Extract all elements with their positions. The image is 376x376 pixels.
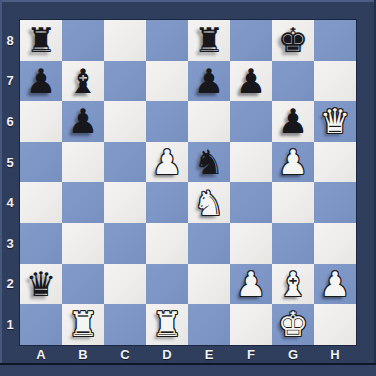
rank-label-5: 5	[0, 142, 20, 183]
square-a5[interactable]	[20, 142, 62, 183]
square-b3[interactable]	[62, 223, 104, 264]
file-label-f: F	[230, 345, 272, 363]
piece-black-pawn-e7[interactable]: ♟	[188, 61, 230, 102]
piece-white-rook-d1[interactable]: ♜	[146, 304, 188, 345]
square-f6[interactable]	[230, 101, 272, 142]
piece-black-knight-e5[interactable]: ♞	[188, 142, 230, 183]
square-b2[interactable]	[62, 264, 104, 305]
file-label-b: B	[62, 345, 104, 363]
square-h3[interactable]	[314, 223, 356, 264]
piece-white-bishop-g2[interactable]: ♝	[272, 264, 314, 305]
piece-white-pawn-d5[interactable]: ♟	[146, 142, 188, 183]
square-e5[interactable]: ♞	[188, 142, 230, 183]
piece-black-bishop-b7[interactable]: ♝	[62, 61, 104, 102]
square-a6[interactable]	[20, 101, 62, 142]
frame-bevel-bottom-band	[0, 365, 376, 376]
square-b8[interactable]	[62, 20, 104, 61]
square-g4[interactable]	[272, 182, 314, 223]
rank-label-1: 1	[0, 304, 20, 345]
piece-black-pawn-a7[interactable]: ♟	[20, 61, 62, 102]
chess-board: ♜♜♚♟♝♟♟♟♟♛♟♞♟♞♛♟♝♟♜♜♚	[20, 20, 356, 345]
rank-label-7: 7	[0, 61, 20, 102]
square-h6[interactable]: ♛	[314, 101, 356, 142]
square-h8[interactable]	[314, 20, 356, 61]
square-d7[interactable]	[146, 61, 188, 102]
square-a2[interactable]: ♛	[20, 264, 62, 305]
chess-board-frame: ♜♜♚♟♝♟♟♟♟♛♟♞♟♞♛♟♝♟♜♜♚ 87654321 ABCDEFGH	[0, 0, 376, 376]
square-c6[interactable]	[104, 101, 146, 142]
piece-white-pawn-f2[interactable]: ♟	[230, 264, 272, 305]
square-a8[interactable]: ♜	[20, 20, 62, 61]
square-e2[interactable]	[188, 264, 230, 305]
square-e3[interactable]	[188, 223, 230, 264]
square-c8[interactable]	[104, 20, 146, 61]
piece-black-pawn-f7[interactable]: ♟	[230, 61, 272, 102]
square-e7[interactable]: ♟	[188, 61, 230, 102]
square-f5[interactable]	[230, 142, 272, 183]
piece-white-rook-b1[interactable]: ♜	[62, 304, 104, 345]
square-f4[interactable]	[230, 182, 272, 223]
square-c5[interactable]	[104, 142, 146, 183]
file-label-a: A	[20, 345, 62, 363]
square-f1[interactable]	[230, 304, 272, 345]
piece-white-pawn-g5[interactable]: ♟	[272, 142, 314, 183]
square-d3[interactable]	[146, 223, 188, 264]
piece-black-rook-a8[interactable]: ♜	[20, 20, 62, 61]
file-label-h: H	[314, 345, 356, 363]
square-g8[interactable]: ♚	[272, 20, 314, 61]
square-b6[interactable]: ♟	[62, 101, 104, 142]
square-d8[interactable]	[146, 20, 188, 61]
square-a4[interactable]	[20, 182, 62, 223]
square-b7[interactable]: ♝	[62, 61, 104, 102]
square-g3[interactable]	[272, 223, 314, 264]
square-g6[interactable]: ♟	[272, 101, 314, 142]
rank-label-4: 4	[0, 182, 20, 223]
square-c1[interactable]	[104, 304, 146, 345]
piece-black-pawn-g6[interactable]: ♟	[272, 101, 314, 142]
square-e4[interactable]: ♞	[188, 182, 230, 223]
square-f3[interactable]	[230, 223, 272, 264]
file-label-e: E	[188, 345, 230, 363]
rank-label-3: 3	[0, 223, 20, 264]
square-h5[interactable]	[314, 142, 356, 183]
square-g2[interactable]: ♝	[272, 264, 314, 305]
square-a7[interactable]: ♟	[20, 61, 62, 102]
square-a1[interactable]	[20, 304, 62, 345]
square-d2[interactable]	[146, 264, 188, 305]
rank-label-8: 8	[0, 20, 20, 61]
square-h1[interactable]	[314, 304, 356, 345]
square-f7[interactable]: ♟	[230, 61, 272, 102]
square-b1[interactable]: ♜	[62, 304, 104, 345]
square-d5[interactable]: ♟	[146, 142, 188, 183]
file-label-g: G	[272, 345, 314, 363]
square-c2[interactable]	[104, 264, 146, 305]
square-d1[interactable]: ♜	[146, 304, 188, 345]
piece-black-queen-a2[interactable]: ♛	[20, 264, 62, 305]
square-b5[interactable]	[62, 142, 104, 183]
square-f2[interactable]: ♟	[230, 264, 272, 305]
square-h7[interactable]	[314, 61, 356, 102]
square-e1[interactable]	[188, 304, 230, 345]
piece-white-king-g1[interactable]: ♚	[272, 304, 314, 345]
piece-white-knight-e4[interactable]: ♞	[188, 182, 230, 223]
square-g5[interactable]: ♟	[272, 142, 314, 183]
square-c4[interactable]	[104, 182, 146, 223]
file-label-c: C	[104, 345, 146, 363]
square-e6[interactable]	[188, 101, 230, 142]
file-label-d: D	[146, 345, 188, 363]
frame-bevel-top	[0, 0, 376, 2]
square-e8[interactable]: ♜	[188, 20, 230, 61]
piece-black-king-g8[interactable]: ♚	[272, 20, 314, 61]
rank-label-6: 6	[0, 101, 20, 142]
square-g7[interactable]	[272, 61, 314, 102]
rank-label-2: 2	[0, 264, 20, 305]
piece-black-rook-e8[interactable]: ♜	[188, 20, 230, 61]
square-d4[interactable]	[146, 182, 188, 223]
square-d6[interactable]	[146, 101, 188, 142]
square-b4[interactable]	[62, 182, 104, 223]
square-h2[interactable]: ♟	[314, 264, 356, 305]
square-g1[interactable]: ♚	[272, 304, 314, 345]
piece-black-pawn-b6[interactable]: ♟	[62, 101, 104, 142]
piece-white-pawn-h2[interactable]: ♟	[314, 264, 356, 305]
square-c3[interactable]	[104, 223, 146, 264]
piece-white-queen-h6[interactable]: ♛	[314, 101, 356, 142]
square-a3[interactable]	[20, 223, 62, 264]
square-h4[interactable]	[314, 182, 356, 223]
square-f8[interactable]	[230, 20, 272, 61]
square-c7[interactable]	[104, 61, 146, 102]
